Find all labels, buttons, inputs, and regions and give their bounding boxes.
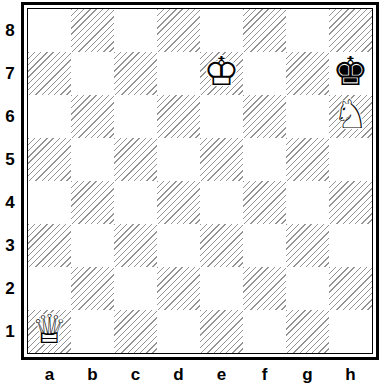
square-b1[interactable] bbox=[71, 310, 114, 353]
square-a2[interactable] bbox=[28, 267, 71, 310]
square-e1[interactable] bbox=[200, 310, 243, 353]
square-h1[interactable] bbox=[329, 310, 372, 353]
square-f4[interactable] bbox=[243, 181, 286, 224]
rank-labels: 87654321 bbox=[0, 9, 20, 353]
square-e3[interactable] bbox=[200, 224, 243, 267]
square-b4[interactable] bbox=[71, 181, 114, 224]
file-label-b: b bbox=[71, 362, 114, 388]
square-e5[interactable] bbox=[200, 138, 243, 181]
square-d4[interactable] bbox=[157, 181, 200, 224]
square-d1[interactable] bbox=[157, 310, 200, 353]
square-h7[interactable]: ♚♚ bbox=[329, 52, 372, 95]
square-d6[interactable] bbox=[157, 95, 200, 138]
square-g5[interactable] bbox=[286, 138, 329, 181]
square-e8[interactable] bbox=[200, 9, 243, 52]
rank-label-2: 2 bbox=[0, 267, 20, 310]
square-c3[interactable] bbox=[114, 224, 157, 267]
square-g2[interactable] bbox=[286, 267, 329, 310]
square-g7[interactable] bbox=[286, 52, 329, 95]
square-d2[interactable] bbox=[157, 267, 200, 310]
square-b7[interactable] bbox=[71, 52, 114, 95]
square-f8[interactable] bbox=[243, 9, 286, 52]
piece-glyph: ♕ bbox=[28, 308, 71, 351]
square-f2[interactable] bbox=[243, 267, 286, 310]
file-label-g: g bbox=[286, 362, 329, 388]
file-label-f: f bbox=[243, 362, 286, 388]
square-g1[interactable] bbox=[286, 310, 329, 353]
square-a7[interactable] bbox=[28, 52, 71, 95]
square-e7[interactable]: ♚♔ bbox=[200, 52, 243, 95]
file-label-d: d bbox=[157, 362, 200, 388]
rank-label-4: 4 bbox=[0, 181, 20, 224]
board-inner-border: ♚♔♚♚♞♘♛♕ bbox=[27, 8, 373, 354]
square-a4[interactable] bbox=[28, 181, 71, 224]
file-label-a: a bbox=[28, 362, 71, 388]
square-a3[interactable] bbox=[28, 224, 71, 267]
board-frame: ♚♔♚♚♞♘♛♕ bbox=[21, 2, 379, 360]
piece-glyph: ♚ bbox=[329, 50, 372, 93]
square-g3[interactable] bbox=[286, 224, 329, 267]
piece-glyph: ♔ bbox=[200, 50, 243, 93]
chess-board: ♚♔♚♚♞♘♛♕ bbox=[28, 9, 372, 353]
black-king[interactable]: ♚♚ bbox=[329, 52, 372, 95]
square-c5[interactable] bbox=[114, 138, 157, 181]
square-h4[interactable] bbox=[329, 181, 372, 224]
square-a1[interactable]: ♛♕ bbox=[28, 310, 71, 353]
square-c4[interactable] bbox=[114, 181, 157, 224]
white-queen[interactable]: ♛♕ bbox=[28, 310, 71, 353]
square-e4[interactable] bbox=[200, 181, 243, 224]
chess-diagram: 87654321 ♚♔♚♚♞♘♛♕ abcdefgh bbox=[0, 0, 386, 390]
square-b6[interactable] bbox=[71, 95, 114, 138]
square-c8[interactable] bbox=[114, 9, 157, 52]
square-a5[interactable] bbox=[28, 138, 71, 181]
square-h5[interactable] bbox=[329, 138, 372, 181]
rank-label-3: 3 bbox=[0, 224, 20, 267]
square-f6[interactable] bbox=[243, 95, 286, 138]
file-label-c: c bbox=[114, 362, 157, 388]
square-f3[interactable] bbox=[243, 224, 286, 267]
white-knight[interactable]: ♞♘ bbox=[329, 95, 372, 138]
square-h3[interactable] bbox=[329, 224, 372, 267]
rank-label-5: 5 bbox=[0, 138, 20, 181]
square-g4[interactable] bbox=[286, 181, 329, 224]
rank-label-7: 7 bbox=[0, 52, 20, 95]
file-labels: abcdefgh bbox=[28, 362, 372, 388]
square-b2[interactable] bbox=[71, 267, 114, 310]
square-g6[interactable] bbox=[286, 95, 329, 138]
square-d3[interactable] bbox=[157, 224, 200, 267]
square-d8[interactable] bbox=[157, 9, 200, 52]
square-c6[interactable] bbox=[114, 95, 157, 138]
rank-label-6: 6 bbox=[0, 95, 20, 138]
square-h2[interactable] bbox=[329, 267, 372, 310]
square-c1[interactable] bbox=[114, 310, 157, 353]
square-e2[interactable] bbox=[200, 267, 243, 310]
square-f1[interactable] bbox=[243, 310, 286, 353]
piece-glyph: ♘ bbox=[329, 93, 372, 136]
square-a8[interactable] bbox=[28, 9, 71, 52]
square-c2[interactable] bbox=[114, 267, 157, 310]
square-b3[interactable] bbox=[71, 224, 114, 267]
square-c7[interactable] bbox=[114, 52, 157, 95]
square-b8[interactable] bbox=[71, 9, 114, 52]
square-f5[interactable] bbox=[243, 138, 286, 181]
square-g8[interactable] bbox=[286, 9, 329, 52]
file-label-e: e bbox=[200, 362, 243, 388]
square-b5[interactable] bbox=[71, 138, 114, 181]
square-h6[interactable]: ♞♘ bbox=[329, 95, 372, 138]
square-d7[interactable] bbox=[157, 52, 200, 95]
rank-label-8: 8 bbox=[0, 9, 20, 52]
square-d5[interactable] bbox=[157, 138, 200, 181]
square-h8[interactable] bbox=[329, 9, 372, 52]
square-e6[interactable] bbox=[200, 95, 243, 138]
white-king[interactable]: ♚♔ bbox=[200, 52, 243, 95]
square-f7[interactable] bbox=[243, 52, 286, 95]
file-label-h: h bbox=[329, 362, 372, 388]
square-a6[interactable] bbox=[28, 95, 71, 138]
rank-label-1: 1 bbox=[0, 310, 20, 353]
